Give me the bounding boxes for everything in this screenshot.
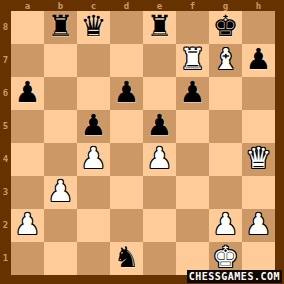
white-bishop: ♝ bbox=[213, 45, 239, 74]
square-f3 bbox=[176, 176, 209, 209]
black-queen: ♛ bbox=[81, 12, 107, 41]
square-e3 bbox=[143, 176, 176, 209]
square-e4: ♟ bbox=[143, 143, 176, 176]
square-b7 bbox=[44, 44, 77, 77]
square-g5 bbox=[209, 110, 242, 143]
square-g4 bbox=[209, 143, 242, 176]
white-pawn: ♟ bbox=[246, 210, 272, 239]
square-e5: ♟ bbox=[143, 110, 176, 143]
rank-label-4: 4 bbox=[0, 143, 11, 176]
square-a1 bbox=[11, 242, 44, 275]
site-watermark: CHESSGAMES.COM bbox=[187, 270, 282, 283]
square-f6: ♟ bbox=[176, 77, 209, 110]
file-label-c: c bbox=[77, 0, 110, 11]
rank-label-6: 6 bbox=[0, 77, 11, 110]
square-e7 bbox=[143, 44, 176, 77]
square-f8 bbox=[176, 11, 209, 44]
black-pawn: ♟ bbox=[147, 111, 173, 140]
black-pawn: ♟ bbox=[180, 78, 206, 107]
square-c5: ♟ bbox=[77, 110, 110, 143]
black-pawn: ♟ bbox=[81, 111, 107, 140]
rank-label-3: 3 bbox=[0, 176, 11, 209]
square-f4 bbox=[176, 143, 209, 176]
square-b5 bbox=[44, 110, 77, 143]
board-frame: abcdefgh 87654321 ♜♛♜♚♜♝♟♟♟♟♟♟♟♟♛♟♟♟♟♞♚ … bbox=[0, 0, 284, 284]
square-d3 bbox=[110, 176, 143, 209]
square-f5 bbox=[176, 110, 209, 143]
square-h4: ♛ bbox=[242, 143, 275, 176]
square-g6 bbox=[209, 77, 242, 110]
square-b3: ♟ bbox=[44, 176, 77, 209]
square-d2 bbox=[110, 209, 143, 242]
black-king: ♚ bbox=[213, 12, 239, 41]
square-b2 bbox=[44, 209, 77, 242]
square-g8: ♚ bbox=[209, 11, 242, 44]
square-a5 bbox=[11, 110, 44, 143]
square-c3 bbox=[77, 176, 110, 209]
rank-label-7: 7 bbox=[0, 44, 11, 77]
file-label-d: d bbox=[110, 0, 143, 11]
square-e1 bbox=[143, 242, 176, 275]
square-f7: ♜ bbox=[176, 44, 209, 77]
square-c7 bbox=[77, 44, 110, 77]
white-pawn: ♟ bbox=[15, 210, 41, 239]
square-d7 bbox=[110, 44, 143, 77]
rank-label-8: 8 bbox=[0, 11, 11, 44]
square-a6: ♟ bbox=[11, 77, 44, 110]
square-a3 bbox=[11, 176, 44, 209]
black-pawn: ♟ bbox=[114, 78, 140, 107]
square-h5 bbox=[242, 110, 275, 143]
square-h3 bbox=[242, 176, 275, 209]
white-pawn: ♟ bbox=[48, 177, 74, 206]
white-pawn: ♟ bbox=[147, 144, 173, 173]
square-b8: ♜ bbox=[44, 11, 77, 44]
square-c2 bbox=[77, 209, 110, 242]
square-b1 bbox=[44, 242, 77, 275]
black-pawn: ♟ bbox=[15, 78, 41, 107]
square-e2 bbox=[143, 209, 176, 242]
square-a7 bbox=[11, 44, 44, 77]
square-c1 bbox=[77, 242, 110, 275]
square-g7: ♝ bbox=[209, 44, 242, 77]
white-pawn: ♟ bbox=[213, 210, 239, 239]
square-f2 bbox=[176, 209, 209, 242]
square-g2: ♟ bbox=[209, 209, 242, 242]
black-pawn: ♟ bbox=[246, 45, 272, 74]
file-label-g: g bbox=[209, 0, 242, 11]
white-pawn: ♟ bbox=[81, 144, 107, 173]
rank-label-1: 1 bbox=[0, 242, 11, 275]
square-g3 bbox=[209, 176, 242, 209]
square-h8 bbox=[242, 11, 275, 44]
file-label-h: h bbox=[242, 0, 275, 11]
square-a4 bbox=[11, 143, 44, 176]
square-b4 bbox=[44, 143, 77, 176]
square-a8 bbox=[11, 11, 44, 44]
square-d4 bbox=[110, 143, 143, 176]
black-knight: ♞ bbox=[114, 243, 140, 272]
black-rook: ♜ bbox=[147, 12, 173, 41]
square-c6 bbox=[77, 77, 110, 110]
white-rook: ♜ bbox=[180, 45, 206, 74]
file-label-a: a bbox=[11, 0, 44, 11]
white-queen: ♛ bbox=[246, 144, 272, 173]
square-a2: ♟ bbox=[11, 209, 44, 242]
file-label-e: e bbox=[143, 0, 176, 11]
square-h6 bbox=[242, 77, 275, 110]
square-d1: ♞ bbox=[110, 242, 143, 275]
chess-board: ♜♛♜♚♜♝♟♟♟♟♟♟♟♟♛♟♟♟♟♞♚ bbox=[11, 11, 275, 275]
square-b6 bbox=[44, 77, 77, 110]
file-label-b: b bbox=[44, 0, 77, 11]
square-h2: ♟ bbox=[242, 209, 275, 242]
rank-label-5: 5 bbox=[0, 110, 11, 143]
square-e6 bbox=[143, 77, 176, 110]
square-c8: ♛ bbox=[77, 11, 110, 44]
square-d8 bbox=[110, 11, 143, 44]
square-h7: ♟ bbox=[242, 44, 275, 77]
white-king: ♚ bbox=[213, 243, 239, 272]
square-d5 bbox=[110, 110, 143, 143]
black-rook: ♜ bbox=[48, 12, 74, 41]
square-d6: ♟ bbox=[110, 77, 143, 110]
file-label-f: f bbox=[176, 0, 209, 11]
square-e8: ♜ bbox=[143, 11, 176, 44]
square-c4: ♟ bbox=[77, 143, 110, 176]
rank-label-2: 2 bbox=[0, 209, 11, 242]
